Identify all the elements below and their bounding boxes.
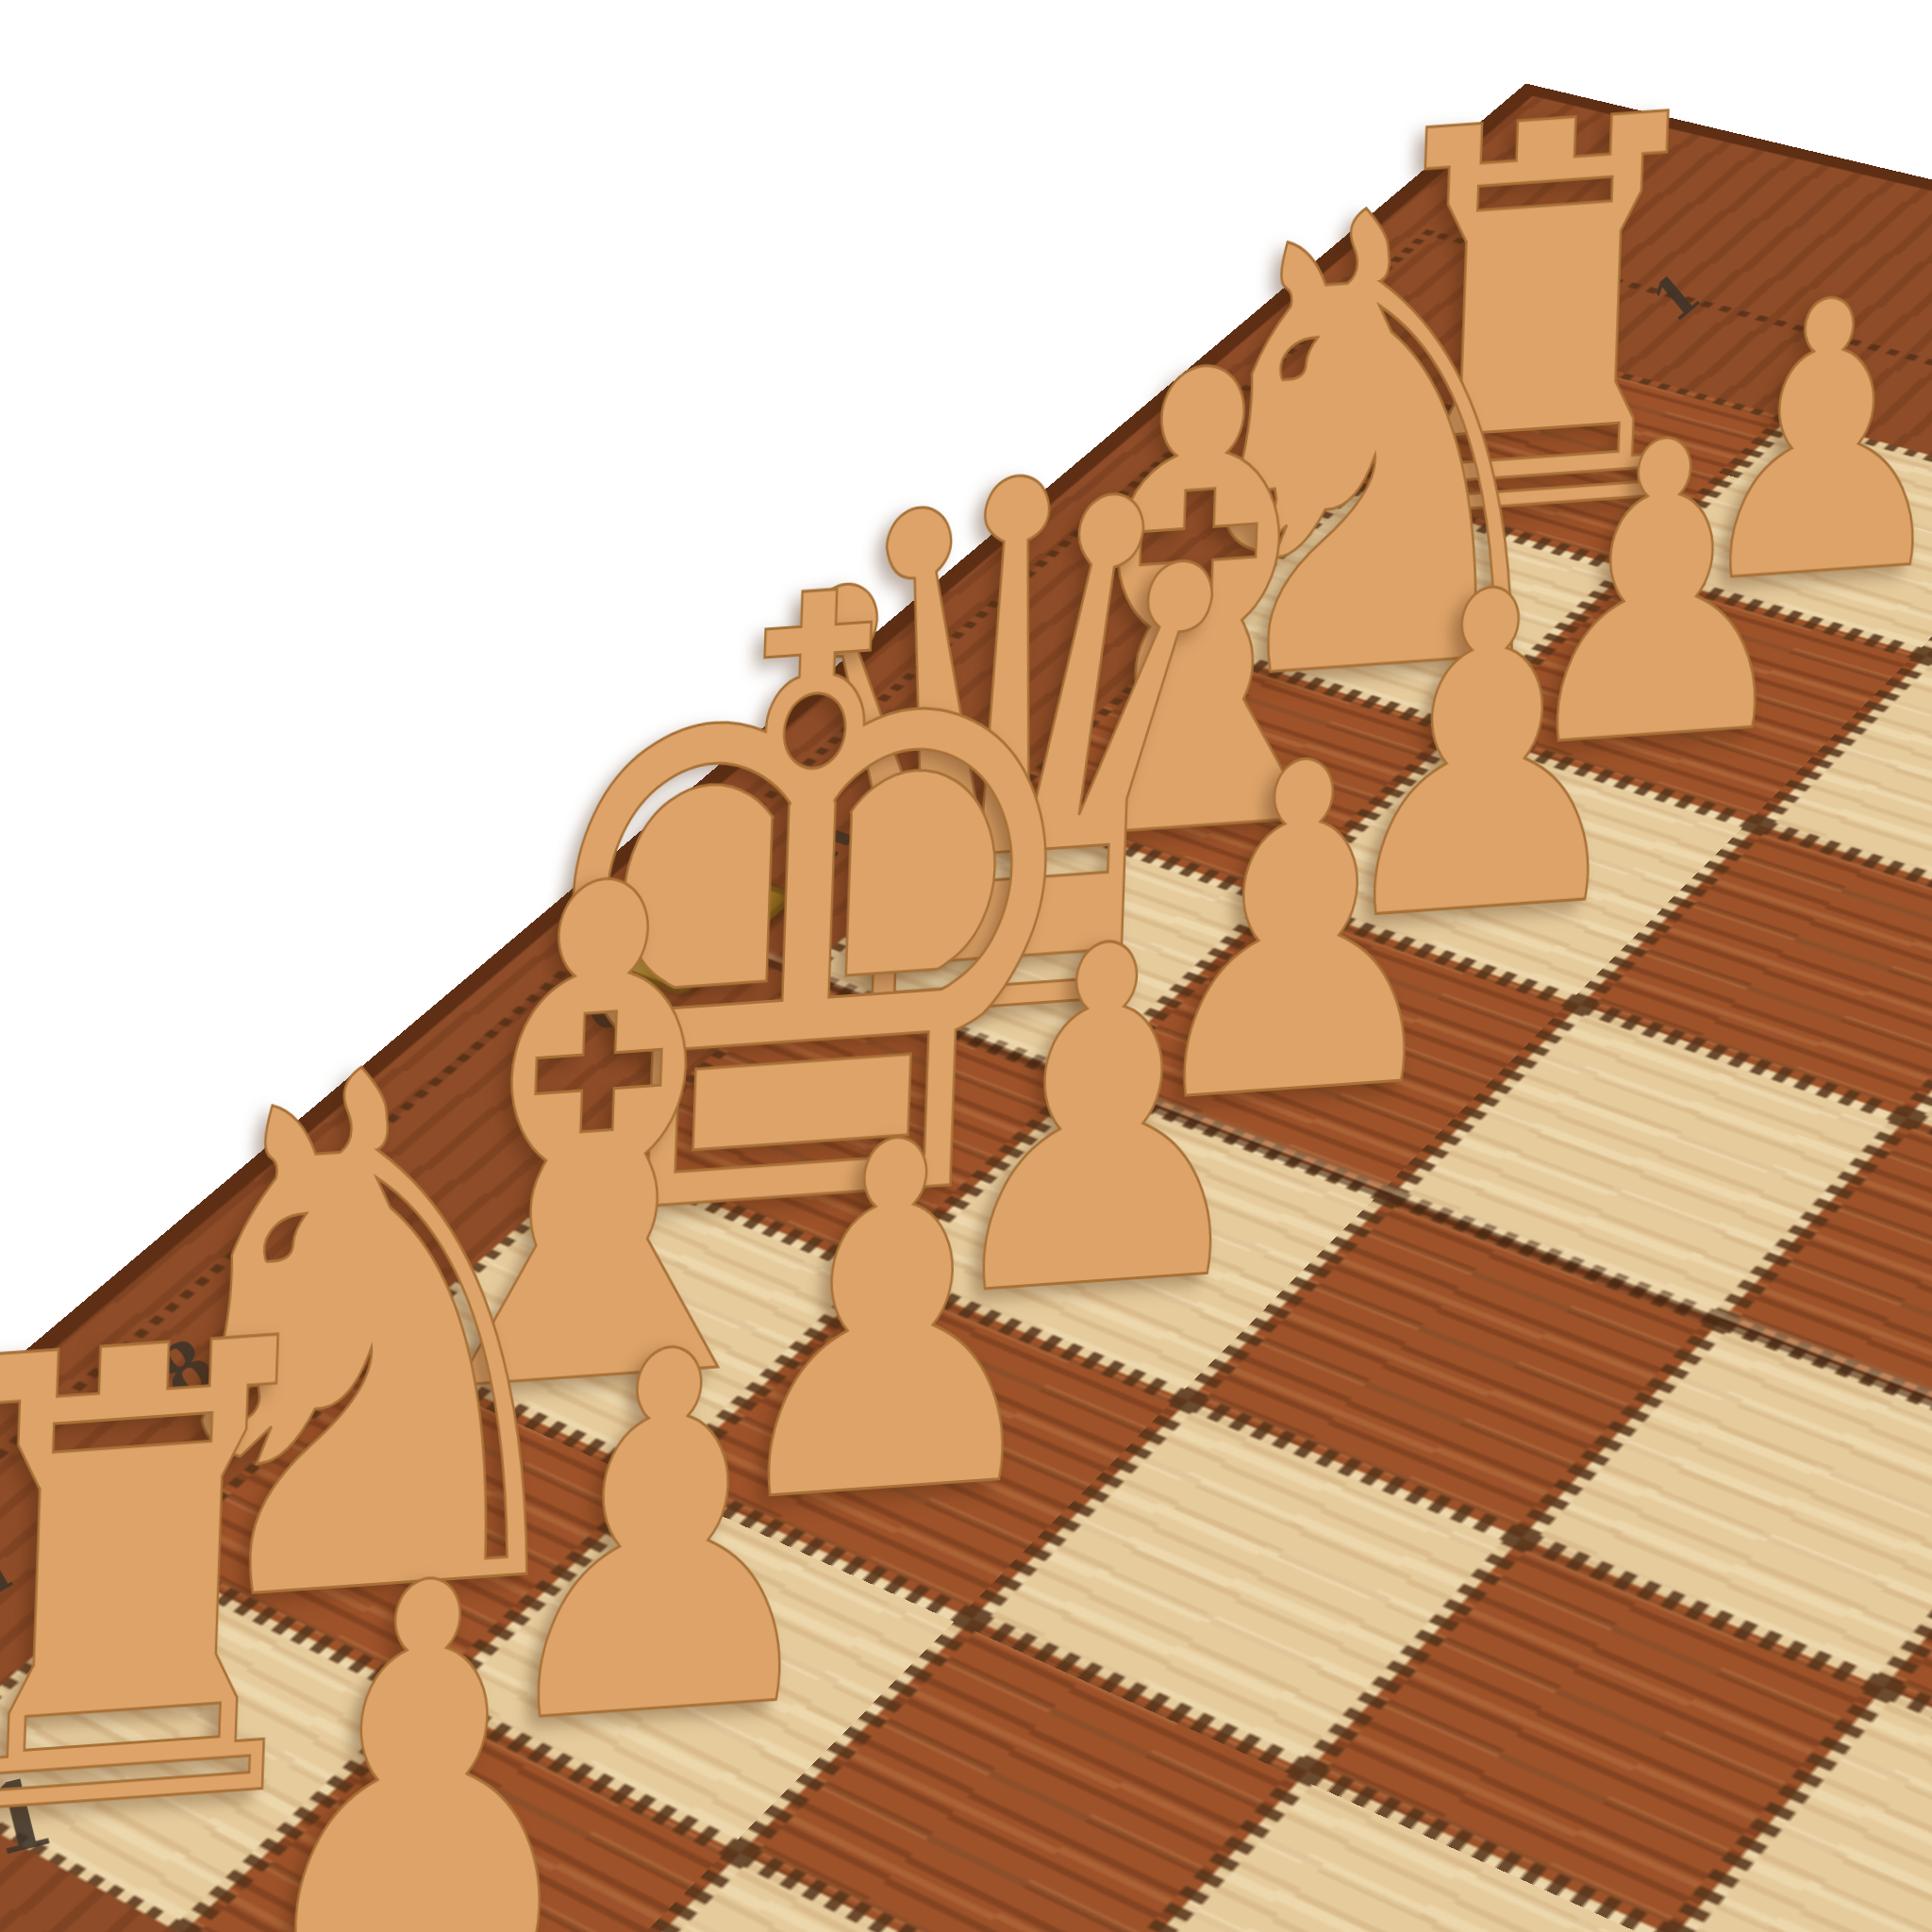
piece-white-pawn-h2: ♟	[232, 1507, 614, 1932]
product-photo-stage: ♜♞♝♚♛♝♞♜♟♟♟♟♟♟♟♟ 8eR11h	[0, 0, 1932, 1932]
